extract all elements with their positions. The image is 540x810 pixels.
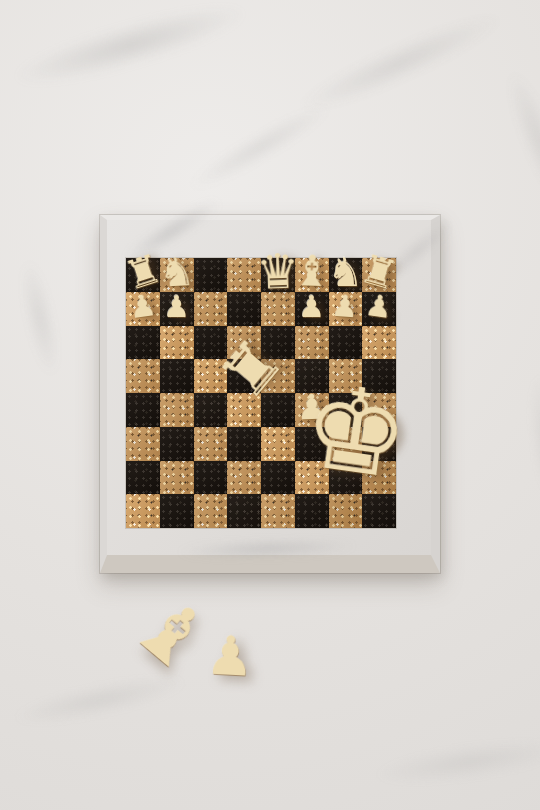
square-a3 bbox=[126, 427, 160, 461]
board-frame bbox=[100, 215, 440, 573]
square-g2 bbox=[329, 461, 363, 495]
square-f4 bbox=[295, 393, 329, 427]
square-h5 bbox=[362, 359, 396, 393]
square-f2 bbox=[295, 461, 329, 495]
square-a2 bbox=[126, 461, 160, 495]
square-g5 bbox=[329, 359, 363, 393]
square-h8 bbox=[362, 258, 396, 292]
marble-vein bbox=[254, 0, 540, 145]
square-d1 bbox=[227, 494, 261, 528]
square-e4 bbox=[261, 393, 295, 427]
square-b7 bbox=[160, 292, 194, 326]
square-e2 bbox=[261, 461, 295, 495]
square-d3 bbox=[227, 427, 261, 461]
square-a7 bbox=[126, 292, 160, 326]
square-a8 bbox=[126, 258, 160, 292]
square-c4 bbox=[194, 393, 228, 427]
marble-vein bbox=[519, 351, 540, 524]
square-b5 bbox=[160, 359, 194, 393]
square-d6 bbox=[227, 326, 261, 360]
square-h6 bbox=[362, 326, 396, 360]
square-e3 bbox=[261, 427, 295, 461]
marble-vein bbox=[147, 534, 388, 564]
square-h3 bbox=[362, 427, 396, 461]
square-h7 bbox=[362, 292, 396, 326]
square-g8 bbox=[329, 258, 363, 292]
photo-scene: ♜♞♛♝♞♜♟♟♟♟♟♟♜♚♝♟ bbox=[0, 0, 540, 810]
square-c8 bbox=[194, 258, 228, 292]
marble-vein bbox=[338, 722, 540, 802]
square-g1 bbox=[329, 494, 363, 528]
square-a5 bbox=[126, 359, 160, 393]
square-f8 bbox=[295, 258, 329, 292]
square-d5 bbox=[227, 359, 261, 393]
square-e5 bbox=[261, 359, 295, 393]
square-g4 bbox=[329, 393, 363, 427]
square-d4 bbox=[227, 393, 261, 427]
square-d7 bbox=[227, 292, 261, 326]
square-b3 bbox=[160, 427, 194, 461]
square-b4 bbox=[160, 393, 194, 427]
square-g6 bbox=[329, 326, 363, 360]
square-h4 bbox=[362, 393, 396, 427]
marble-vein bbox=[156, 77, 364, 216]
square-c7 bbox=[194, 292, 228, 326]
square-h1 bbox=[362, 494, 396, 528]
board-grid bbox=[126, 258, 396, 528]
square-a1 bbox=[126, 494, 160, 528]
square-d2 bbox=[227, 461, 261, 495]
square-f5 bbox=[295, 359, 329, 393]
square-a6 bbox=[126, 326, 160, 360]
square-e7 bbox=[261, 292, 295, 326]
offboard-bishop: ♝ bbox=[118, 579, 226, 688]
square-a4 bbox=[126, 393, 160, 427]
square-c2 bbox=[194, 461, 228, 495]
square-c5 bbox=[194, 359, 228, 393]
square-e8 bbox=[261, 258, 295, 292]
marble-vein bbox=[6, 236, 74, 400]
square-e1 bbox=[261, 494, 295, 528]
square-b2 bbox=[160, 461, 194, 495]
square-b1 bbox=[160, 494, 194, 528]
offboard-pawn: ♟ bbox=[204, 628, 255, 684]
square-d8 bbox=[227, 258, 261, 292]
marble-vein bbox=[483, 40, 540, 241]
square-b6 bbox=[160, 326, 194, 360]
square-c3 bbox=[194, 427, 228, 461]
square-f3 bbox=[295, 427, 329, 461]
square-e6 bbox=[261, 326, 295, 360]
marble-vein bbox=[0, 0, 291, 115]
square-c6 bbox=[194, 326, 228, 360]
square-f1 bbox=[295, 494, 329, 528]
square-g7 bbox=[329, 292, 363, 326]
square-h2 bbox=[362, 461, 396, 495]
square-f7 bbox=[295, 292, 329, 326]
square-f6 bbox=[295, 326, 329, 360]
square-g3 bbox=[329, 427, 363, 461]
marble-vein bbox=[0, 655, 222, 744]
square-b8 bbox=[160, 258, 194, 292]
square-c1 bbox=[194, 494, 228, 528]
